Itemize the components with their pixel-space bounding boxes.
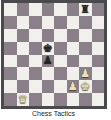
square-a2[interactable] [4, 80, 17, 93]
square-c5[interactable] [29, 42, 42, 55]
square-b1[interactable]: ♛ [17, 93, 30, 106]
square-f1[interactable] [67, 93, 80, 106]
square-g8[interactable]: ♜ [79, 3, 92, 16]
square-a3[interactable] [4, 67, 17, 80]
chess-board: ♜♚♟♟♟♚♛ [1, 0, 107, 109]
square-a5[interactable] [4, 42, 17, 55]
caption: Chess Tactics [0, 110, 107, 117]
square-e4[interactable] [54, 55, 67, 68]
square-a4[interactable] [4, 55, 17, 68]
square-c3[interactable] [29, 67, 42, 80]
square-e2[interactable] [54, 80, 67, 93]
black-rook[interactable]: ♜ [80, 4, 90, 15]
square-d4[interactable]: ♟ [42, 55, 55, 68]
square-e3[interactable] [54, 67, 67, 80]
square-g3[interactable]: ♟ [79, 67, 92, 80]
square-g6[interactable] [79, 29, 92, 42]
square-b2[interactable] [17, 80, 30, 93]
square-d1[interactable] [42, 93, 55, 106]
square-c8[interactable] [29, 3, 42, 16]
square-c4[interactable] [29, 55, 42, 68]
square-g2[interactable]: ♚ [79, 80, 92, 93]
square-d8[interactable] [42, 3, 55, 16]
chess-tactics-diagram: ♜♚♟♟♟♚♛ Chess Tactics [0, 0, 111, 120]
black-pawn[interactable]: ♟ [43, 55, 53, 66]
square-d5[interactable]: ♚ [42, 42, 55, 55]
square-e5[interactable] [54, 42, 67, 55]
square-e6[interactable] [54, 29, 67, 42]
square-b6[interactable] [17, 29, 30, 42]
square-h8[interactable] [92, 3, 105, 16]
square-h3[interactable] [92, 67, 105, 80]
square-b4[interactable] [17, 55, 30, 68]
square-e8[interactable] [54, 3, 67, 16]
square-e7[interactable] [54, 16, 67, 29]
square-c2[interactable] [29, 80, 42, 93]
square-f5[interactable] [67, 42, 80, 55]
square-f7[interactable] [67, 16, 80, 29]
square-h2[interactable] [92, 80, 105, 93]
square-a7[interactable] [4, 16, 17, 29]
square-d3[interactable] [42, 67, 55, 80]
square-b8[interactable] [17, 3, 30, 16]
white-pawn[interactable]: ♟ [68, 81, 78, 92]
square-h6[interactable] [92, 29, 105, 42]
square-c6[interactable] [29, 29, 42, 42]
square-e1[interactable] [54, 93, 67, 106]
square-a6[interactable] [4, 29, 17, 42]
square-b5[interactable] [17, 42, 30, 55]
square-c7[interactable] [29, 16, 42, 29]
square-d7[interactable] [42, 16, 55, 29]
square-g1[interactable] [79, 93, 92, 106]
square-f6[interactable] [67, 29, 80, 42]
square-b7[interactable] [17, 16, 30, 29]
square-g7[interactable] [79, 16, 92, 29]
square-a1[interactable] [4, 93, 17, 106]
white-pawn[interactable]: ♟ [80, 68, 90, 79]
square-g4[interactable] [79, 55, 92, 68]
white-queen[interactable]: ♛ [18, 94, 28, 105]
square-f8[interactable] [67, 3, 80, 16]
square-f2[interactable]: ♟ [67, 80, 80, 93]
square-h5[interactable] [92, 42, 105, 55]
square-f4[interactable] [67, 55, 80, 68]
square-h1[interactable] [92, 93, 105, 106]
square-d2[interactable] [42, 80, 55, 93]
square-c1[interactable] [29, 93, 42, 106]
square-b3[interactable] [17, 67, 30, 80]
square-f3[interactable] [67, 67, 80, 80]
white-king[interactable]: ♚ [80, 81, 90, 92]
square-h4[interactable] [92, 55, 105, 68]
square-d6[interactable] [42, 29, 55, 42]
square-h7[interactable] [92, 16, 105, 29]
square-a8[interactable] [4, 3, 17, 16]
square-g5[interactable] [79, 42, 92, 55]
black-king[interactable]: ♚ [43, 43, 53, 54]
